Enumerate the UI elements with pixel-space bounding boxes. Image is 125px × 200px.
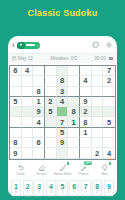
grid-cell-r5c3[interactable]: 9 [33, 107, 45, 117]
grid-cell-r8c4[interactable] [45, 138, 57, 148]
mistakes-display: Mistakes: 0/3 [50, 56, 77, 61]
grid-cell-r2c6[interactable] [68, 76, 80, 86]
grid-cell-r3c1[interactable] [10, 87, 22, 97]
grid-cell-r9c8[interactable]: 2 [92, 148, 104, 158]
grid-cell-r6c7[interactable]: 8 [80, 117, 92, 127]
timer-display: 00:00 [95, 56, 113, 61]
hint-button[interactable]: Hint [94, 164, 115, 177]
grid-cell-r4c2[interactable] [22, 97, 34, 107]
erase-button[interactable]: Erase [31, 164, 52, 177]
grid-cell-r4c1[interactable]: 5 [10, 97, 22, 107]
tool-label: Smart Note [54, 172, 72, 176]
grid-cell-r1c9[interactable]: 7 [103, 66, 115, 76]
numpad-digit: 8 [95, 183, 99, 190]
numpad-digit: 4 [49, 183, 53, 190]
numpad-digit: 2 [26, 183, 30, 190]
grid-cell-r9c2[interactable] [22, 148, 34, 158]
numpad-remaining-count: 8 [38, 190, 40, 194]
numpad-digit: 7 [84, 183, 88, 190]
numpad-digit: 1 [14, 183, 18, 190]
grid-cell-r6c2[interactable] [22, 117, 34, 127]
grid-cell-r4c9[interactable] [103, 97, 115, 107]
grid-cell-r6c6[interactable]: 1 [68, 117, 80, 127]
smart-note-icon [59, 164, 67, 172]
grid-cell-r1c5[interactable] [57, 66, 69, 76]
grid-cell-r8c2[interactable] [22, 138, 34, 148]
grid-cell-r4c6[interactable] [68, 97, 80, 107]
grid-cell-r4c5[interactable]: 4 [57, 97, 69, 107]
grid-cell-r3c8[interactable] [92, 87, 104, 97]
grid-cell-r4c7[interactable]: 9 [80, 97, 92, 107]
mistakes-label: Mistakes: 0/3 [50, 56, 77, 61]
sudoku-grid: 647842835124995824718551869924 [9, 65, 116, 160]
undo-icon [17, 164, 25, 172]
grid-cell-r4c4[interactable]: 2 [45, 97, 57, 107]
grid-cell-r5c2[interactable] [22, 107, 34, 117]
grid-cell-r7c1[interactable] [10, 128, 22, 138]
gear-icon[interactable] [105, 41, 113, 49]
grid-cell-r1c3[interactable] [33, 66, 45, 76]
card-header: ‹ ★ › [8, 36, 117, 51]
grid-cell-r1c6[interactable] [68, 66, 80, 76]
grid-cell-r6c1[interactable] [10, 117, 22, 127]
numpad-key-9[interactable]: 95 [104, 180, 114, 196]
grid-cell-r5c6[interactable]: 8 [68, 107, 80, 117]
numpad-remaining-count: 4 [96, 190, 98, 194]
chevron-right-icon: › [37, 43, 39, 48]
grid-cell-r3c4[interactable] [45, 87, 57, 97]
numpad-remaining-count: 7 [85, 190, 87, 194]
grid-cell-r2c5[interactable]: 8 [57, 76, 69, 86]
grid-cell-r2c7[interactable]: 4 [80, 76, 92, 86]
pencil-toggle-badge: OFF [84, 161, 92, 165]
numpad-remaining-count: 4 [50, 190, 52, 194]
grid-cell-r2c3[interactable] [33, 76, 45, 86]
grid-cell-r7c5[interactable]: 5 [57, 128, 69, 138]
timer-label: 00:00 [95, 56, 106, 61]
grid-cell-r1c2[interactable]: 4 [22, 66, 34, 76]
numpad-key-2[interactable]: 25 [23, 180, 33, 196]
tool-label: Pencil [79, 172, 89, 176]
notification-dot [67, 162, 70, 165]
grid-cell-r8c3[interactable]: 6 [33, 138, 45, 148]
numpad-remaining-count: 6 [15, 190, 17, 194]
grid-cell-r7c7[interactable]: 1 [80, 128, 92, 138]
grid-cell-r7c2[interactable] [22, 128, 34, 138]
grid-cell-r4c8[interactable] [92, 97, 104, 107]
calendar-icon [12, 56, 17, 61]
grid-cell-r7c6[interactable] [68, 128, 80, 138]
smart-note-button[interactable]: Smart Note [52, 164, 73, 177]
numpad-key-1[interactable]: 16 [11, 180, 21, 196]
grid-cell-r3c7[interactable] [80, 87, 92, 97]
grid-cell-r3c2[interactable] [22, 87, 34, 97]
numpad-key-6[interactable]: 67 [69, 180, 79, 196]
grid-cell-r3c5[interactable]: 3 [57, 87, 69, 97]
grid-cell-r5c8[interactable] [92, 107, 104, 117]
status-row: May 12 Mistakes: 0/3 00:00 [8, 53, 117, 63]
grid-cell-r8c8[interactable] [92, 138, 104, 148]
notification-dot [109, 162, 112, 165]
grid-cell-r9c5[interactable] [57, 148, 69, 158]
grid-cell-r2c1[interactable] [10, 76, 22, 86]
grid-cell-r4c3[interactable]: 1 [33, 97, 45, 107]
pencil-button[interactable]: OFF Pencil [73, 164, 94, 177]
grid-cell-r3c9[interactable] [103, 87, 115, 97]
undo-button[interactable]: Undo [10, 164, 31, 177]
theme-palette-icon[interactable] [92, 41, 100, 49]
grid-cell-r6c8[interactable] [92, 117, 104, 127]
date-label: May 12 [18, 56, 33, 61]
grid-cell-r1c7[interactable] [80, 66, 92, 76]
grid-cell-r1c4[interactable] [45, 66, 57, 76]
grid-cell-r1c1[interactable]: 6 [10, 66, 22, 76]
grid-cell-r7c8[interactable] [92, 128, 104, 138]
page-title: Classic Sudoku [0, 8, 125, 18]
grid-cell-r2c4[interactable] [45, 76, 57, 86]
grid-cell-r8c1[interactable]: 8 [10, 138, 22, 148]
eraser-icon [38, 164, 46, 172]
app-screen: Classic Sudoku ‹ ★ › [0, 0, 125, 200]
numpad: 162538445567778495 [8, 180, 117, 196]
grid-cell-r9c6[interactable] [68, 148, 80, 158]
grid-cell-r1c8[interactable] [92, 66, 104, 76]
grid-cell-r3c3[interactable]: 8 [33, 87, 45, 97]
grid-cell-r9c9[interactable]: 4 [103, 148, 115, 158]
pause-icon [111, 57, 112, 61]
grid-cell-r5c7[interactable]: 2 [80, 107, 92, 117]
grid-cell-r6c9[interactable]: 5 [103, 117, 115, 127]
grid-cell-r9c3[interactable] [33, 148, 45, 158]
progress-badge[interactable]: ★ › [17, 42, 40, 49]
numpad-remaining-count: 5 [27, 190, 29, 194]
tool-label: Hint [101, 172, 107, 176]
tool-label: Undo [16, 172, 24, 176]
grid-cell-r5c5[interactable] [57, 107, 69, 117]
grid-cell-r9c7[interactable] [80, 148, 92, 158]
numpad-digit: 9 [107, 183, 111, 190]
numpad-key-4[interactable]: 44 [46, 180, 56, 196]
grid-cell-r9c4[interactable] [45, 148, 57, 158]
numpad-digit: 5 [61, 183, 65, 190]
numpad-remaining-count: 5 [108, 190, 110, 194]
numpad-digit: 3 [37, 183, 41, 190]
numpad-remaining-count: 7 [73, 190, 75, 194]
numpad-digit: 6 [72, 183, 76, 190]
numpad-key-8[interactable]: 84 [92, 180, 102, 196]
grid-cell-r5c9[interactable] [103, 107, 115, 117]
grid-cell-r2c8[interactable] [92, 76, 104, 86]
grid-cell-r6c5[interactable]: 7 [57, 117, 69, 127]
grid-cell-r9c1[interactable]: 9 [10, 148, 22, 158]
tool-label: Erase [37, 172, 46, 176]
grid-cell-r7c9[interactable] [103, 128, 115, 138]
grid-cell-r2c9[interactable]: 2 [103, 76, 115, 86]
grid-cell-r8c6[interactable] [68, 138, 80, 148]
numpad-key-3[interactable]: 38 [34, 180, 44, 196]
numpad-remaining-count: 5 [62, 190, 64, 194]
hint-bulb-icon [101, 164, 109, 172]
grid-cell-r3c6[interactable] [68, 87, 80, 97]
grid-cell-r6c3[interactable]: 4 [33, 117, 45, 127]
game-card: ‹ ★ › [8, 36, 117, 196]
badge-progress-bar [26, 44, 35, 47]
pause-button[interactable] [109, 56, 113, 61]
back-button[interactable]: ‹ [12, 41, 15, 49]
date-display: May 12 [12, 56, 33, 61]
numpad-key-5[interactable]: 55 [57, 180, 67, 196]
grid-cell-r8c7[interactable] [80, 138, 92, 148]
grid-cell-r8c5[interactable]: 9 [57, 138, 69, 148]
grid-cell-r5c4[interactable]: 5 [45, 107, 57, 117]
grid-cell-r8c9[interactable] [103, 138, 115, 148]
grid-cell-r7c4[interactable] [45, 128, 57, 138]
grid-cell-r6c4[interactable] [45, 117, 57, 127]
grid-cell-r5c1[interactable] [10, 107, 22, 117]
numpad-key-7[interactable]: 77 [81, 180, 91, 196]
grid-cell-r2c2[interactable] [22, 76, 34, 86]
grid-cell-r7c3[interactable] [33, 128, 45, 138]
toolbar: Undo Erase Smart Note OFF Penc [8, 164, 117, 178]
trophy-icon: ★ [17, 42, 25, 49]
